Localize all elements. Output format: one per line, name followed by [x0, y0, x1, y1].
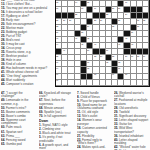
clue-item: 15. You may put one on a pedestal	[1, 6, 54, 10]
clue-number: 29.	[114, 110, 119, 113]
cell-number: 16	[125, 1, 127, 3]
cell-number: 59	[143, 55, 145, 57]
clue-item: 11. Oil, old style	[77, 111, 111, 115]
cell-number: 65	[87, 67, 89, 69]
cell-number: 63	[118, 61, 120, 63]
cell-number: 54	[100, 55, 102, 57]
clue-number: 37.	[1, 55, 6, 58]
clue-number: 40.	[114, 138, 119, 141]
clue-item: 24. Makes spick-and-span	[77, 146, 111, 150]
clue-item: 50. Farmer's intro?	[1, 106, 36, 110]
clue-number: 13.	[1, 2, 6, 5]
clue-number: 2.	[39, 127, 42, 130]
cell-number: 22	[75, 13, 77, 15]
clue-item: 64. Fencing sword	[1, 138, 36, 142]
cell-number: 64	[56, 67, 58, 69]
grid-cell[interactable]	[143, 80, 149, 86]
cell-number: 18	[81, 7, 83, 9]
clue-item: 20. Sole encouragement?	[1, 22, 54, 26]
clue-item: 16. It decorates a school locker	[1, 10, 54, 14]
clue-item: 21. Flexibility	[77, 134, 111, 138]
clue-item: 7. Sword handle	[77, 91, 111, 95]
clue-number: 38.	[1, 59, 6, 62]
clue-number: 3.	[39, 131, 42, 134]
clue-item: 10. Good name for an Oklahoma cowhand	[77, 103, 111, 110]
cell-number: 49	[63, 49, 65, 51]
clue-number: 40.	[1, 67, 6, 70]
clue-item: 51. Bovine comments	[1, 110, 36, 114]
cell-number: 39	[131, 31, 133, 33]
cell-number: 21	[118, 7, 120, 9]
clue-number: 15.	[1, 6, 6, 9]
cell-number: 27	[69, 19, 71, 21]
clue-item: 68. Minute amount	[39, 106, 74, 110]
clue-number: 66.	[39, 91, 44, 94]
clue-number: 6.	[39, 143, 42, 146]
clue-number: 1.	[39, 123, 42, 126]
clue-item: 49. Lemonade in the summer, e.g.	[1, 99, 36, 106]
clue-item: 40. Has bathroom needs in repair?	[1, 67, 54, 71]
clue-item: 35. Rosetta stone, e.g.	[1, 50, 54, 54]
clue-number: 35.	[1, 50, 6, 53]
cell-number: 29	[100, 19, 102, 21]
cell-number: 25	[56, 19, 58, 21]
cell-number: 44	[56, 43, 58, 45]
clue-number: 7.	[77, 91, 80, 94]
clue-number: 39.	[1, 63, 6, 66]
clue-number: 5.	[39, 135, 42, 138]
cell-number: 33	[56, 25, 58, 27]
clue-column-bottom-4: 26. Weekend warrior's catchall27. Fashio…	[114, 91, 149, 150]
clue-item: 35. Wild West transportation?	[114, 126, 149, 133]
cell-number: 45	[81, 43, 83, 45]
clue-item: 23. Formal reply to "Who's there?"	[77, 138, 111, 145]
cell-number: 56	[125, 55, 127, 57]
clue-number: 47.	[1, 91, 6, 94]
clue-item: 9. Place for paperwork	[77, 99, 111, 103]
clue-item: 41. Whole wheat cheese roll	[1, 71, 54, 75]
clue-number: 55.	[1, 118, 6, 121]
clue-number: 43.	[1, 75, 6, 78]
clue-column-bottom-2: 66. Knocked-off storage crate?67. Next, …	[39, 91, 74, 150]
cell-number: 57	[131, 55, 133, 57]
clue-item: 40. Letter-shaped moulding	[114, 138, 149, 145]
clue-number: 60.	[1, 126, 6, 129]
clue-number: 20.	[1, 22, 6, 25]
clue-item: 17. Rydberg or ohm?	[1, 14, 54, 18]
clue-column-bottom-3: 7. Sword handle8. Child of Venus9. Place…	[77, 91, 111, 150]
clue-number: 70.	[39, 114, 44, 117]
clue-item: 44. Blurt suddenly	[1, 79, 54, 83]
cell-number: 51	[106, 49, 108, 51]
clue-item: 66. Knocked-off storage crate?	[39, 91, 74, 98]
cell-number: 69	[112, 73, 114, 75]
clue-item: 14. Women's wear purveyor	[77, 119, 111, 126]
clue-item: 2. Climbing vine	[39, 127, 74, 131]
clue-number: 16.	[1, 10, 6, 13]
cell-number: 42	[87, 37, 89, 39]
clue-item: 34. Circus prop	[1, 46, 54, 50]
cell-number: 34	[87, 25, 89, 27]
clue-item: 12. Nile's outlet	[77, 115, 111, 119]
cell-number: 47	[118, 43, 120, 45]
cell-number: 46	[94, 43, 96, 45]
clue-item: 52. Boxer's combo	[1, 114, 36, 118]
clue-item: 25. Part of TNT	[1, 34, 54, 38]
cell-number: 31	[137, 19, 139, 21]
cell-number: 55	[112, 55, 114, 57]
clue-item: 28. Bird's nest	[1, 38, 54, 42]
cell-number: 50	[87, 49, 89, 51]
clue-item: 45. Composer's creation	[1, 83, 54, 87]
clue-number: 28.	[114, 106, 119, 109]
cell-number: 68	[94, 73, 96, 75]
clue-column-left: 10. "___" man of the hour13. I love clot…	[1, 0, 54, 89]
clue-number: 19.	[1, 18, 6, 21]
cell-number: 19	[94, 7, 96, 9]
clue-item: 39. Kind of column	[1, 63, 54, 67]
clue-number: 45.	[1, 83, 6, 86]
cell-number: 40	[56, 37, 58, 39]
cell-number: 20	[112, 7, 114, 9]
clue-item: 29. Twofold	[114, 110, 149, 114]
clue-number: 14.	[77, 119, 82, 122]
cell-number: 62	[106, 61, 108, 63]
cell-number: 24	[125, 13, 127, 15]
clue-item: 65. Gumbo pod	[1, 142, 36, 146]
clue-item: 61. Spartan serf	[1, 130, 36, 134]
clue-number: 42.	[114, 146, 119, 149]
clue-item: 26. Weekend warrior's catchall	[114, 91, 149, 98]
clue-number: 18.	[77, 126, 82, 129]
clue-number: 27.	[114, 99, 119, 102]
cell-number: 67	[56, 73, 58, 75]
clue-number: 36.	[114, 134, 119, 137]
cell-number: 37	[56, 31, 58, 33]
clue-item: 5. It's pretty, if not predictable	[39, 135, 74, 142]
clue-number: 24.	[77, 146, 82, 149]
clue-item: 60. Palm snack	[1, 126, 36, 130]
cell-number: 32	[143, 19, 145, 21]
crossword-grid: 1234567891011121314151617181920212223242…	[55, 0, 150, 87]
cell-number: 14	[75, 1, 77, 3]
clue-number: 41.	[1, 71, 6, 74]
clue-item: 67. Next, before the supernova	[39, 99, 74, 106]
clue-number: 50.	[1, 106, 6, 109]
down-clues-start: 1. Signal, NATO-style2. Climbing vine3. …	[39, 123, 74, 150]
clue-number: 31.	[114, 114, 119, 117]
clue-number: 25.	[1, 34, 6, 37]
clue-item: 33. Guitar kin	[114, 122, 149, 126]
clue-number: 12.	[77, 115, 82, 118]
clue-item: 6. A growth spurt, and more	[39, 143, 74, 150]
clue-item: 70. In full agreement	[39, 114, 74, 118]
clue-number: 23.	[1, 30, 6, 33]
cell-number: 70	[125, 73, 127, 75]
clue-number: 17.	[1, 14, 6, 17]
clue-item: 43. "One thing" apartments	[1, 75, 54, 79]
cell-number: 41	[75, 37, 77, 39]
across-continued: 66. Knocked-off storage crate?67. Next, …	[39, 91, 74, 118]
clue-number: 10.	[77, 103, 82, 106]
clue-item: 22. Mortise mate	[1, 26, 54, 30]
clue-number: 26.	[114, 91, 119, 94]
clue-number: 21.	[77, 134, 82, 137]
clue-number: 9.	[77, 99, 80, 102]
clue-number: 33.	[114, 122, 119, 125]
cell-number: 23	[106, 13, 108, 15]
cell-number: 38	[81, 31, 83, 33]
clue-item: 27. Fashioned at multiple locations	[114, 99, 149, 106]
cell-number: 66	[118, 67, 120, 69]
clue-number: 8.	[77, 95, 80, 98]
clue-number: 61.	[1, 130, 6, 133]
clue-number: 32.	[114, 118, 119, 121]
clue-number: 44.	[1, 79, 6, 82]
clue-item: 19. Early riser	[1, 18, 54, 22]
clue-number: 64.	[1, 138, 6, 141]
clue-item: 32. Letter-shaped support	[114, 118, 149, 122]
clue-item: 37. Beehive product	[1, 55, 54, 59]
clue-number: 23.	[77, 138, 82, 141]
cell-number: 61	[87, 61, 89, 63]
clue-number: 22.	[1, 26, 6, 29]
cell-number: 13	[56, 1, 58, 3]
clue-item: 1. Signal, NATO-style	[39, 123, 74, 127]
clue-item: 42. "Wicked" water hole	[114, 146, 149, 150]
clue-item: 13. I love clothes! But...	[1, 2, 54, 6]
cell-number: 26	[63, 19, 65, 21]
clue-number: 68.	[39, 106, 44, 109]
clue-number: 51.	[1, 110, 6, 113]
clue-number: 65.	[1, 142, 6, 145]
cell-number: 71	[56, 79, 58, 81]
cell-number: 58	[137, 55, 139, 57]
cell-number: 17	[56, 7, 58, 9]
clue-item: 36. Istanbul inhabitant	[114, 134, 149, 138]
clue-number: 35.	[114, 126, 119, 129]
clue-number: 69.	[39, 110, 44, 113]
cell-number: 52	[56, 55, 58, 57]
cell-number: 30	[118, 19, 120, 21]
clue-item: 69. Sparkle (var.)	[39, 110, 74, 114]
clue-number: 11.	[77, 111, 82, 114]
clue-item: 38. Hole in one	[1, 59, 54, 63]
cell-number: 36	[137, 25, 139, 27]
clue-number: 52.	[1, 114, 6, 117]
clue-item: 47. "I accept the challenge!"	[1, 91, 36, 98]
clue-number: 63.	[1, 134, 6, 137]
clue-item: 31. Significant discovery	[114, 114, 149, 118]
clue-item: 55. Supreme court complement	[1, 118, 36, 125]
clue-number: 49.	[1, 99, 6, 102]
cell-number: 28	[94, 19, 96, 21]
down-header: Down	[39, 119, 74, 123]
clue-item: 3. Black-and-white treat	[39, 131, 74, 135]
clue-item: 30. It may be cast	[1, 42, 54, 46]
clue-item: 63. Prima ___	[1, 134, 36, 138]
clue-item: 23. Bobbing gadget	[1, 30, 54, 34]
clue-item: 8. Child of Venus	[77, 95, 111, 99]
cell-number: 48	[131, 43, 133, 45]
clue-number: 67.	[39, 99, 44, 102]
cell-number: 15	[87, 1, 89, 3]
clue-column-bottom-1: 47. "I accept the challenge!"49. Lemonad…	[1, 91, 36, 150]
clue-number: 28.	[1, 38, 6, 41]
cell-number: 43	[125, 37, 127, 39]
clue-item: 18. Customer-oriented capacity	[77, 126, 111, 133]
cell-number: 53	[94, 55, 96, 57]
cell-number: 35	[112, 25, 114, 27]
clue-item: 28. Old anesthetic	[114, 106, 149, 110]
clue-number: 34.	[1, 46, 6, 49]
clue-number: 30.	[1, 42, 6, 45]
cell-number: 60	[56, 61, 58, 63]
